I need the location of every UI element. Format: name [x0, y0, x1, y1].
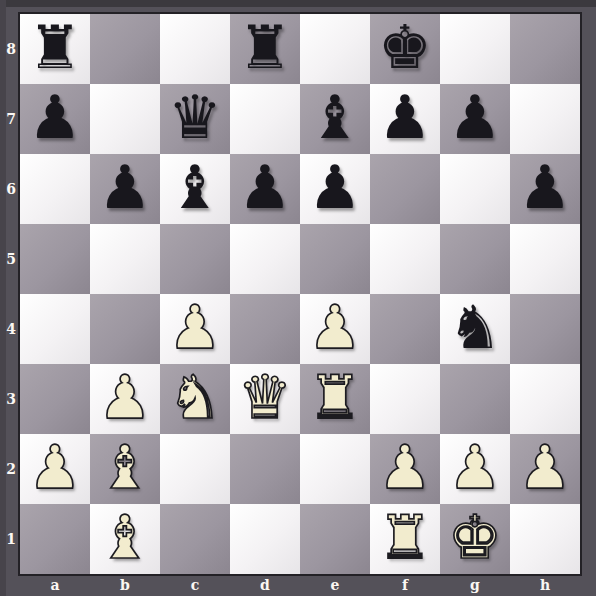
- piece-white-rook-f1[interactable]: ♜︎: [378, 502, 432, 572]
- piece-black-pawn-g7[interactable]: ♟︎: [448, 82, 502, 152]
- piece-black-bishop-c6[interactable]: ♝︎: [168, 152, 222, 222]
- square-c7[interactable]: ♛︎: [160, 84, 230, 154]
- file-label-g: g: [440, 574, 510, 596]
- square-b7[interactable]: [90, 84, 160, 154]
- square-c6[interactable]: ♝︎: [160, 154, 230, 224]
- square-a4[interactable]: [20, 294, 90, 364]
- file-label-b: b: [90, 574, 160, 596]
- square-h7[interactable]: [510, 84, 580, 154]
- square-f7[interactable]: ♟︎: [370, 84, 440, 154]
- square-g5[interactable]: [440, 224, 510, 294]
- square-g4[interactable]: ♞︎: [440, 294, 510, 364]
- square-b8[interactable]: [90, 14, 160, 84]
- square-c8[interactable]: [160, 14, 230, 84]
- piece-black-pawn-e6[interactable]: ♟︎: [308, 152, 362, 222]
- piece-white-knight-c3[interactable]: ♞︎: [168, 362, 222, 432]
- piece-white-pawn-a2[interactable]: ♟︎: [28, 432, 82, 502]
- square-d2[interactable]: [230, 434, 300, 504]
- square-f4[interactable]: [370, 294, 440, 364]
- rank-label-1: 1: [0, 504, 20, 574]
- file-label-d: d: [230, 574, 300, 596]
- square-f3[interactable]: [370, 364, 440, 434]
- square-a5[interactable]: [20, 224, 90, 294]
- square-e5[interactable]: [300, 224, 370, 294]
- square-h1[interactable]: [510, 504, 580, 574]
- square-g6[interactable]: [440, 154, 510, 224]
- square-d4[interactable]: [230, 294, 300, 364]
- file-label-h: h: [510, 574, 580, 596]
- square-d8[interactable]: ♜︎: [230, 14, 300, 84]
- frame-top-edge: [0, 0, 596, 7]
- square-h2[interactable]: ♟︎: [510, 434, 580, 504]
- file-label-f: f: [370, 574, 440, 596]
- piece-black-pawn-h6[interactable]: ♟︎: [518, 152, 572, 222]
- square-d5[interactable]: [230, 224, 300, 294]
- square-f5[interactable]: [370, 224, 440, 294]
- square-h5[interactable]: [510, 224, 580, 294]
- square-e3[interactable]: ♜︎: [300, 364, 370, 434]
- square-g7[interactable]: ♟︎: [440, 84, 510, 154]
- square-c3[interactable]: ♞︎: [160, 364, 230, 434]
- rank-label-6: 6: [0, 154, 20, 224]
- square-e1[interactable]: [300, 504, 370, 574]
- square-g3[interactable]: [440, 364, 510, 434]
- piece-black-king-f8[interactable]: ♚︎: [378, 12, 432, 82]
- square-b6[interactable]: ♟︎: [90, 154, 160, 224]
- square-d7[interactable]: [230, 84, 300, 154]
- rank-label-7: 7: [0, 84, 20, 154]
- square-a3[interactable]: [20, 364, 90, 434]
- square-b1[interactable]: ♝︎: [90, 504, 160, 574]
- piece-black-queen-c7[interactable]: ♛︎: [168, 82, 222, 152]
- piece-white-pawn-h2[interactable]: ♟︎: [518, 432, 572, 502]
- square-d3[interactable]: ♛︎: [230, 364, 300, 434]
- square-c2[interactable]: [160, 434, 230, 504]
- piece-black-pawn-d6[interactable]: ♟︎: [238, 152, 292, 222]
- rank-label-8: 8: [0, 14, 20, 84]
- square-f8[interactable]: ♚︎: [370, 14, 440, 84]
- square-d6[interactable]: ♟︎: [230, 154, 300, 224]
- square-a1[interactable]: [20, 504, 90, 574]
- rank-label-5: 5: [0, 224, 20, 294]
- square-a6[interactable]: [20, 154, 90, 224]
- square-f6[interactable]: [370, 154, 440, 224]
- piece-black-pawn-f7[interactable]: ♟︎: [378, 82, 432, 152]
- square-c1[interactable]: [160, 504, 230, 574]
- square-b2[interactable]: ♝︎: [90, 434, 160, 504]
- file-labels: abcdefgh: [20, 574, 580, 596]
- square-a2[interactable]: ♟︎: [20, 434, 90, 504]
- piece-white-pawn-e4[interactable]: ♟︎: [308, 292, 362, 362]
- square-b4[interactable]: [90, 294, 160, 364]
- square-h4[interactable]: [510, 294, 580, 364]
- piece-white-rook-e3[interactable]: ♜︎: [308, 362, 362, 432]
- square-h6[interactable]: ♟︎: [510, 154, 580, 224]
- piece-black-bishop-e7[interactable]: ♝︎: [308, 82, 362, 152]
- rank-label-3: 3: [0, 364, 20, 434]
- piece-white-bishop-b1[interactable]: ♝︎: [98, 502, 152, 572]
- file-label-e: e: [300, 574, 370, 596]
- file-label-a: a: [20, 574, 90, 596]
- square-c4[interactable]: ♟︎: [160, 294, 230, 364]
- rank-label-2: 2: [0, 434, 20, 504]
- square-f1[interactable]: ♜︎: [370, 504, 440, 574]
- piece-black-pawn-b6[interactable]: ♟︎: [98, 152, 152, 222]
- square-g8[interactable]: [440, 14, 510, 84]
- square-b3[interactable]: ♟︎: [90, 364, 160, 434]
- piece-white-pawn-f2[interactable]: ♟︎: [378, 432, 432, 502]
- chess-board-frame: 87654321 ♜︎♜︎♚︎♟︎♛︎♝︎♟︎♟︎♟︎♝︎♟︎♟︎♟︎♟︎♟︎♞…: [0, 0, 596, 596]
- piece-white-bishop-b2[interactable]: ♝︎: [98, 432, 152, 502]
- square-e6[interactable]: ♟︎: [300, 154, 370, 224]
- square-g2[interactable]: ♟︎: [440, 434, 510, 504]
- square-h3[interactable]: [510, 364, 580, 434]
- square-d1[interactable]: [230, 504, 300, 574]
- piece-black-pawn-a7[interactable]: ♟︎: [28, 82, 82, 152]
- square-e4[interactable]: ♟︎: [300, 294, 370, 364]
- piece-white-pawn-c4[interactable]: ♟︎: [168, 292, 222, 362]
- piece-black-rook-a8[interactable]: ♜︎: [28, 12, 82, 82]
- square-a7[interactable]: ♟︎: [20, 84, 90, 154]
- square-b5[interactable]: [90, 224, 160, 294]
- square-e8[interactable]: [300, 14, 370, 84]
- square-e2[interactable]: [300, 434, 370, 504]
- square-g1[interactable]: ♚︎: [440, 504, 510, 574]
- square-c5[interactable]: [160, 224, 230, 294]
- square-e7[interactable]: ♝︎: [300, 84, 370, 154]
- piece-white-pawn-g2[interactable]: ♟︎: [448, 432, 502, 502]
- piece-white-pawn-b3[interactable]: ♟︎: [98, 362, 152, 432]
- piece-black-knight-g4[interactable]: ♞︎: [448, 292, 502, 362]
- piece-white-queen-d3[interactable]: ♛︎: [238, 362, 292, 432]
- square-f2[interactable]: ♟︎: [370, 434, 440, 504]
- rank-labels: 87654321: [0, 14, 20, 574]
- square-a8[interactable]: ♜︎: [20, 14, 90, 84]
- file-label-c: c: [160, 574, 230, 596]
- chess-board: ♜︎♜︎♚︎♟︎♛︎♝︎♟︎♟︎♟︎♝︎♟︎♟︎♟︎♟︎♟︎♞︎♟︎♞︎♛︎♜︎…: [20, 14, 580, 574]
- square-h8[interactable]: [510, 14, 580, 84]
- rank-label-4: 4: [0, 294, 20, 364]
- piece-white-king-g1[interactable]: ♚︎: [448, 502, 502, 572]
- piece-black-rook-d8[interactable]: ♜︎: [238, 12, 292, 82]
